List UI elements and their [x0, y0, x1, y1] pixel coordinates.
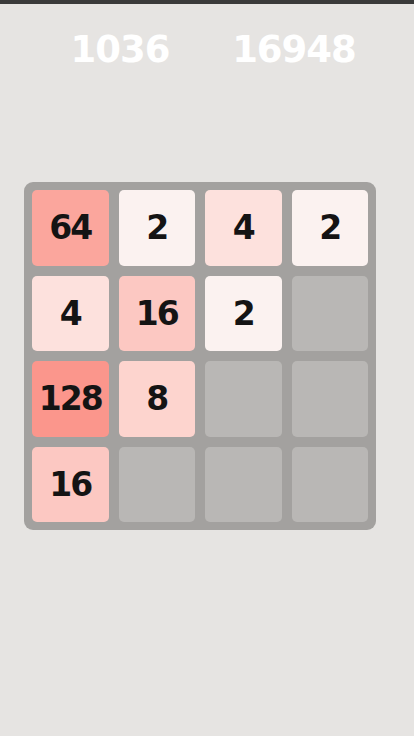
tile-4-r2c1: 4 — [32, 276, 109, 352]
score-row: 1036 16948 — [33, 27, 381, 71]
tile-2-r2c3: 2 — [205, 276, 282, 352]
tile-2-r1c4: 2 — [292, 190, 369, 266]
board-2048[interactable]: 642424162128816 — [24, 182, 376, 530]
empty-cell-r3c4 — [292, 361, 369, 437]
tile-16-r2c2: 16 — [119, 276, 196, 352]
empty-cell-r4c4 — [292, 447, 369, 523]
top-bar — [0, 0, 414, 4]
best-score-value: 16948 — [207, 27, 381, 71]
empty-cell-r3c3 — [205, 361, 282, 437]
tile-64-r1c1: 64 — [32, 190, 109, 266]
empty-cell-r2c4 — [292, 276, 369, 352]
tile-16-r4c1: 16 — [32, 447, 109, 523]
empty-cell-r4c2 — [119, 447, 196, 523]
empty-cell-r4c3 — [205, 447, 282, 523]
tile-128-r3c1: 128 — [32, 361, 109, 437]
score-value: 1036 — [33, 27, 207, 71]
tile-8-r3c2: 8 — [119, 361, 196, 437]
tile-4-r1c3: 4 — [205, 190, 282, 266]
tile-2-r1c2: 2 — [119, 190, 196, 266]
